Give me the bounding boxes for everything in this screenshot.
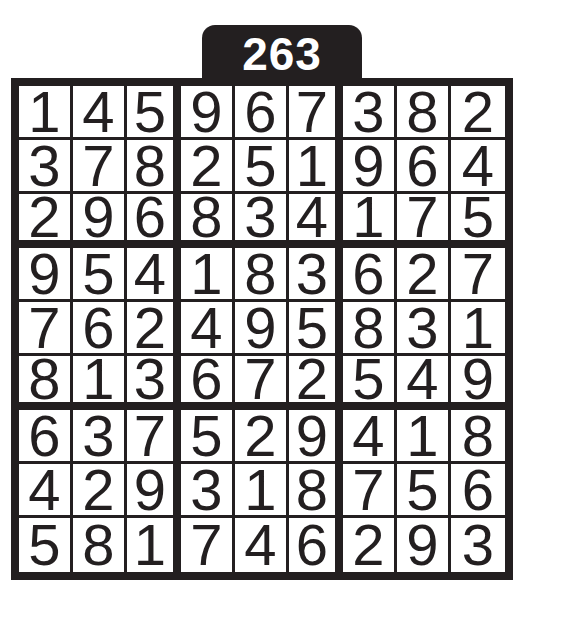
sudoku-cell-r4c8: 2 <box>397 248 451 302</box>
puzzle-number: 263 <box>242 31 322 81</box>
sudoku-cell-r7c4: 5 <box>181 410 235 464</box>
sudoku-cell-r1c9: 2 <box>451 86 505 140</box>
sudoku-cell-r1c8: 8 <box>397 86 451 140</box>
sudoku-cell-r7c3: 7 <box>127 410 181 464</box>
sudoku-cell-r6c3: 3 <box>127 356 181 410</box>
sudoku-cell-r3c8: 7 <box>397 194 451 248</box>
sudoku-cell-r4c9: 7 <box>451 248 505 302</box>
sudoku-cell-r3c1: 2 <box>19 194 73 248</box>
sudoku-cell-r6c7: 5 <box>343 356 397 410</box>
sudoku-cell-r4c6: 3 <box>289 248 343 302</box>
sudoku-cell-r9c5: 4 <box>235 518 289 572</box>
sudoku-cell-r7c6: 9 <box>289 410 343 464</box>
sudoku-cell-r8c8: 5 <box>397 464 451 518</box>
sudoku-cell-r9c9: 3 <box>451 518 505 572</box>
sudoku-cell-r3c4: 8 <box>181 194 235 248</box>
sudoku-cell-r8c5: 1 <box>235 464 289 518</box>
sudoku-cell-r3c5: 3 <box>235 194 289 248</box>
sudoku-cell-r4c2: 5 <box>73 248 127 302</box>
sudoku-cell-r4c5: 8 <box>235 248 289 302</box>
sudoku-cell-r3c2: 9 <box>73 194 127 248</box>
sudoku-cell-r9c8: 9 <box>397 518 451 572</box>
sudoku-cell-r9c6: 6 <box>289 518 343 572</box>
sudoku-cell-r3c6: 4 <box>289 194 343 248</box>
sudoku-cell-r3c3: 6 <box>127 194 181 248</box>
sudoku-cell-r6c4: 6 <box>181 356 235 410</box>
sudoku-cell-r3c9: 5 <box>451 194 505 248</box>
sudoku-cell-r7c1: 6 <box>19 410 73 464</box>
sudoku-cell-r1c7: 3 <box>343 86 397 140</box>
sudoku-cell-r9c7: 2 <box>343 518 397 572</box>
sudoku-cell-r8c9: 6 <box>451 464 505 518</box>
sudoku-cell-r7c9: 8 <box>451 410 505 464</box>
sudoku-cell-r6c1: 8 <box>19 356 73 410</box>
sudoku-cell-r8c1: 4 <box>19 464 73 518</box>
sudoku-cell-r6c8: 4 <box>397 356 451 410</box>
sudoku-cell-r4c7: 6 <box>343 248 397 302</box>
sudoku-cell-r4c1: 9 <box>19 248 73 302</box>
sudoku-cell-r6c6: 2 <box>289 356 343 410</box>
sudoku-cell-r1c3: 5 <box>127 86 181 140</box>
sudoku-cell-r4c4: 1 <box>181 248 235 302</box>
sudoku-cell-r7c7: 4 <box>343 410 397 464</box>
sudoku-cell-r7c2: 3 <box>73 410 127 464</box>
sudoku-cell-r9c1: 5 <box>19 518 73 572</box>
sudoku-cell-r6c5: 7 <box>235 356 289 410</box>
sudoku-cell-r8c3: 9 <box>127 464 181 518</box>
sudoku-cell-r8c4: 3 <box>181 464 235 518</box>
sudoku-cell-r8c2: 2 <box>73 464 127 518</box>
puzzle-number-tab: 263 <box>202 25 362 86</box>
sudoku-cell-r4c3: 4 <box>127 248 181 302</box>
sudoku-solution-page: 263 145967382378251964296834175954183627… <box>0 0 567 639</box>
sudoku-cell-r6c2: 1 <box>73 356 127 410</box>
sudoku-cell-r8c6: 8 <box>289 464 343 518</box>
sudoku-cell-r7c8: 1 <box>397 410 451 464</box>
sudoku-cell-r1c4: 9 <box>181 86 235 140</box>
sudoku-cell-r1c6: 7 <box>289 86 343 140</box>
sudoku-cell-r3c7: 1 <box>343 194 397 248</box>
sudoku-cell-r1c2: 4 <box>73 86 127 140</box>
sudoku-cell-r7c5: 2 <box>235 410 289 464</box>
sudoku-cell-r6c9: 9 <box>451 356 505 410</box>
sudoku-cell-r9c2: 8 <box>73 518 127 572</box>
sudoku-cell-r1c1: 1 <box>19 86 73 140</box>
sudoku-cell-r9c4: 7 <box>181 518 235 572</box>
sudoku-cell-r1c5: 6 <box>235 86 289 140</box>
sudoku-board: 1459673823782519642968341759541836277624… <box>11 78 513 580</box>
sudoku-cell-r9c3: 1 <box>127 518 181 572</box>
sudoku-cell-r8c7: 7 <box>343 464 397 518</box>
